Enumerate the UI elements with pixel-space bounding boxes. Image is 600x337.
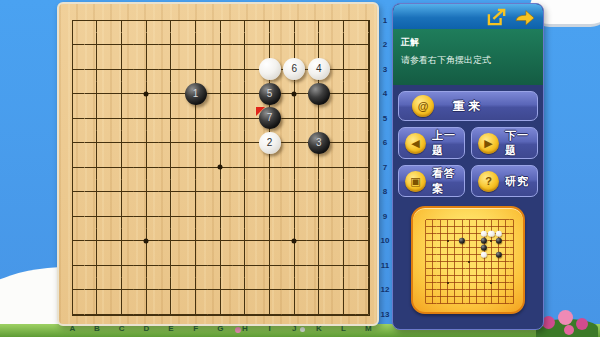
board-cell[interactable] — [159, 8, 184, 33]
mini-board-cell — [458, 216, 465, 223]
board-cell[interactable] — [183, 106, 208, 131]
board-cell[interactable] — [257, 278, 282, 303]
board-cell[interactable] — [331, 106, 356, 131]
board-cell[interactable] — [109, 155, 134, 180]
mini-board-cell — [458, 279, 465, 286]
study-button[interactable]: ? 研究 — [471, 165, 538, 197]
mini-board-cell — [422, 272, 429, 279]
board-cell[interactable] — [307, 229, 332, 254]
next-problem-button[interactable]: ▶ 下一题 — [471, 127, 538, 159]
column-label: B — [85, 324, 109, 333]
board-cell[interactable] — [356, 33, 381, 58]
mini-board-cell — [444, 300, 451, 307]
mini-board-cell — [458, 286, 465, 293]
mini-board-cell — [510, 216, 517, 223]
mini-board-cell — [466, 230, 473, 237]
mini-board-cell — [451, 286, 458, 293]
board-cell[interactable]: 2 — [257, 131, 282, 156]
board-cell[interactable] — [85, 180, 110, 205]
board-cell[interactable] — [307, 33, 332, 58]
board-cell[interactable] — [356, 8, 381, 33]
row-label: 5 — [378, 114, 392, 123]
mini-board-cell — [480, 286, 487, 293]
board-cell[interactable] — [109, 278, 134, 303]
mini-board-cell — [480, 237, 487, 244]
board-cell[interactable] — [208, 278, 233, 303]
board-cell[interactable] — [85, 131, 110, 156]
mini-board-cell — [495, 244, 502, 251]
star-point — [292, 238, 297, 243]
row-label: 11 — [378, 261, 392, 270]
go-board[interactable]: 6415723 — [57, 2, 379, 326]
board-cell[interactable] — [109, 131, 134, 156]
mini-board-cell — [458, 244, 465, 251]
column-label: K — [307, 324, 331, 333]
board-cell[interactable] — [134, 229, 159, 254]
view-answer-button[interactable]: ▣ 看答案 — [398, 165, 465, 197]
black-stone — [481, 237, 487, 243]
board-cell[interactable] — [183, 180, 208, 205]
board-cell[interactable] — [159, 204, 184, 229]
mini-board-cell — [422, 237, 429, 244]
next-arrow-icon: ▶ — [478, 133, 499, 154]
board-cell[interactable] — [233, 131, 258, 156]
mini-board-cell — [502, 293, 509, 300]
board-cell[interactable] — [183, 229, 208, 254]
mini-board-cell — [488, 293, 495, 300]
mini-board-cell — [444, 223, 451, 230]
board-cell[interactable] — [208, 106, 233, 131]
board-cell[interactable] — [109, 8, 134, 33]
board-cell[interactable] — [356, 180, 381, 205]
board-cell[interactable] — [134, 278, 159, 303]
board-cell[interactable] — [356, 57, 381, 82]
board-cell[interactable] — [134, 204, 159, 229]
move-number: 1 — [193, 89, 199, 99]
board-cell[interactable] — [331, 180, 356, 205]
board-cell[interactable] — [183, 302, 208, 327]
black-stone: 3 — [308, 132, 330, 154]
board-cell[interactable] — [356, 106, 381, 131]
board-cell[interactable]: 6 — [282, 57, 307, 82]
board-cell[interactable] — [159, 57, 184, 82]
board-cell[interactable] — [183, 8, 208, 33]
board-cell[interactable] — [356, 204, 381, 229]
mini-board-grid — [422, 216, 514, 307]
board-cell[interactable] — [85, 278, 110, 303]
board-cell[interactable] — [85, 155, 110, 180]
board-cell[interactable] — [307, 8, 332, 33]
board-cell[interactable] — [134, 82, 159, 107]
mini-board-cell — [444, 272, 451, 279]
mini-board-cell — [480, 265, 487, 272]
board-cell[interactable] — [257, 253, 282, 278]
board-cell[interactable] — [233, 302, 258, 327]
mini-board-cell — [466, 223, 473, 230]
status-title: 正解 — [401, 36, 535, 49]
board-cell[interactable] — [134, 33, 159, 58]
board-cell[interactable] — [257, 8, 282, 33]
mini-board-cell — [466, 300, 473, 307]
prev-problem-label: 上一题 — [432, 128, 464, 158]
board-cell[interactable] — [331, 57, 356, 82]
mini-board-cell — [444, 216, 451, 223]
board-cell[interactable] — [307, 253, 332, 278]
mini-board-cell — [437, 237, 444, 244]
mini-board-cell — [444, 237, 451, 244]
board-cell[interactable] — [356, 82, 381, 107]
board-cell[interactable] — [159, 180, 184, 205]
mini-board-cell — [458, 251, 465, 258]
board-cell[interactable] — [60, 229, 85, 254]
board-cell[interactable] — [331, 8, 356, 33]
board-cell[interactable] — [208, 131, 233, 156]
mini-board-cell — [422, 216, 429, 223]
mini-board-cell — [466, 258, 473, 265]
mini-board-cell — [473, 286, 480, 293]
board-cell[interactable] — [85, 106, 110, 131]
board-cell[interactable] — [307, 180, 332, 205]
board-cell[interactable] — [208, 180, 233, 205]
board-cell[interactable]: 1 — [183, 82, 208, 107]
board-cell[interactable] — [134, 8, 159, 33]
mini-board-cell — [488, 286, 495, 293]
board-cell[interactable] — [307, 82, 332, 107]
mini-board-cell — [473, 265, 480, 272]
column-label: E — [159, 324, 183, 333]
board-cell[interactable] — [60, 57, 85, 82]
column-label: G — [208, 324, 232, 333]
mini-board-cell — [429, 237, 436, 244]
column-label: H — [233, 324, 257, 333]
flower-icon — [576, 318, 588, 330]
board-cell[interactable] — [60, 278, 85, 303]
board-cell[interactable] — [159, 106, 184, 131]
board-cell[interactable] — [233, 82, 258, 107]
board-cell[interactable] — [183, 131, 208, 156]
mini-board-cell — [495, 272, 502, 279]
mini-board-cell — [422, 251, 429, 258]
board-cell[interactable] — [60, 8, 85, 33]
mini-board-cell — [466, 237, 473, 244]
board-cell[interactable] — [208, 204, 233, 229]
board-cell[interactable] — [331, 302, 356, 327]
board-cell[interactable] — [233, 204, 258, 229]
board-cell[interactable] — [282, 253, 307, 278]
board-cell[interactable] — [159, 278, 184, 303]
mini-board-cell — [495, 279, 502, 286]
board-cell[interactable] — [331, 253, 356, 278]
board-cell[interactable] — [282, 229, 307, 254]
mini-board-cell — [444, 265, 451, 272]
mini-board-cell — [473, 216, 480, 223]
board-cell[interactable] — [60, 253, 85, 278]
mini-board-cell — [422, 265, 429, 272]
white-stone: 4 — [308, 58, 330, 80]
board-cell[interactable] — [282, 8, 307, 33]
board-cell[interactable] — [85, 33, 110, 58]
black-stone: 1 — [185, 83, 207, 105]
mini-board-cell — [495, 265, 502, 272]
board-cell[interactable] — [282, 131, 307, 156]
mini-board-cell — [480, 223, 487, 230]
prev-arrow-icon: ◀ — [405, 133, 426, 154]
board-cell[interactable] — [183, 33, 208, 58]
board-cell[interactable] — [233, 180, 258, 205]
mini-board-cell — [510, 279, 517, 286]
white-stone — [259, 58, 281, 80]
row-label: 3 — [378, 65, 392, 74]
board-cell[interactable] — [331, 155, 356, 180]
board-cell[interactable] — [257, 180, 282, 205]
board-cell[interactable] — [134, 155, 159, 180]
board-cell[interactable] — [257, 229, 282, 254]
row-label: 12 — [378, 285, 392, 294]
board-cell[interactable] — [282, 82, 307, 107]
mini-board-cell — [444, 293, 451, 300]
board-cell[interactable] — [208, 302, 233, 327]
board-cell[interactable] — [356, 278, 381, 303]
mini-board-cell — [444, 258, 451, 265]
flower-icon — [564, 325, 574, 335]
board-cell[interactable] — [159, 229, 184, 254]
board-cell[interactable] — [208, 33, 233, 58]
mini-board-cell — [422, 244, 429, 251]
board-cell[interactable] — [109, 33, 134, 58]
board-cell[interactable] — [159, 33, 184, 58]
mini-board-cell — [502, 244, 509, 251]
board-cell[interactable] — [282, 33, 307, 58]
mini-board-cell — [437, 244, 444, 251]
row-label: 2 — [378, 40, 392, 49]
star-point — [468, 261, 470, 263]
mini-board-cell — [502, 286, 509, 293]
mini-board-cell — [422, 223, 429, 230]
board-cell[interactable] — [159, 131, 184, 156]
mini-board-cell — [502, 216, 509, 223]
board-cell[interactable] — [331, 131, 356, 156]
board-cell[interactable] — [233, 155, 258, 180]
prev-problem-button[interactable]: ◀ 上一题 — [398, 127, 465, 159]
board-cell[interactable] — [60, 155, 85, 180]
board-cell[interactable] — [208, 155, 233, 180]
board-cell[interactable] — [134, 302, 159, 327]
board-cell[interactable] — [134, 106, 159, 131]
board-cell[interactable] — [60, 180, 85, 205]
board-cell[interactable] — [257, 57, 282, 82]
board-cell[interactable] — [183, 57, 208, 82]
mini-board-cell — [502, 300, 509, 307]
board-cell[interactable] — [257, 204, 282, 229]
mini-board-cell — [429, 293, 436, 300]
mini-board-cell — [510, 300, 517, 307]
board-cell[interactable] — [233, 278, 258, 303]
board-cell[interactable] — [233, 106, 258, 131]
mini-board-cell — [510, 223, 517, 230]
board-cell[interactable] — [208, 8, 233, 33]
mini-board-cell — [437, 216, 444, 223]
mini-board-cell — [502, 279, 509, 286]
board-cell[interactable] — [183, 204, 208, 229]
mini-board-cell — [480, 279, 487, 286]
board-cell[interactable] — [85, 8, 110, 33]
mini-board-cell — [422, 293, 429, 300]
mini-board-cell — [510, 258, 517, 265]
mini-board-cell — [510, 265, 517, 272]
board-cell[interactable] — [233, 33, 258, 58]
board-cell[interactable] — [331, 229, 356, 254]
mini-board-cell — [495, 300, 502, 307]
board-cell[interactable] — [233, 253, 258, 278]
mini-board-cell — [466, 244, 473, 251]
board-cell[interactable] — [183, 155, 208, 180]
mini-board-cell — [480, 230, 487, 237]
row-label: 13 — [378, 310, 392, 319]
board-cell[interactable] — [60, 131, 85, 156]
board-cell[interactable] — [282, 155, 307, 180]
board-cell[interactable] — [60, 106, 85, 131]
mini-board-cell — [473, 251, 480, 258]
mini-board-cell — [473, 300, 480, 307]
white-stone — [481, 251, 487, 257]
mini-board-cell — [495, 258, 502, 265]
board-cell[interactable] — [85, 253, 110, 278]
board-cell[interactable] — [183, 278, 208, 303]
board-cell[interactable] — [208, 253, 233, 278]
board-cell[interactable] — [159, 155, 184, 180]
mini-board-cell — [502, 230, 509, 237]
board-cell[interactable] — [109, 57, 134, 82]
board-cell[interactable] — [208, 82, 233, 107]
answer-icon: ▣ — [405, 171, 426, 192]
board-cell[interactable] — [356, 155, 381, 180]
board-cell[interactable] — [307, 106, 332, 131]
mini-board-cell — [495, 230, 502, 237]
board-cell[interactable] — [159, 82, 184, 107]
board-cell[interactable] — [282, 180, 307, 205]
board-cell[interactable] — [282, 106, 307, 131]
board-cell[interactable] — [307, 278, 332, 303]
board-grid[interactable]: 6415723 — [60, 8, 381, 327]
board-cell[interactable] — [134, 57, 159, 82]
mini-board-cell — [473, 223, 480, 230]
board-cell[interactable] — [356, 229, 381, 254]
board-cell[interactable] — [233, 57, 258, 82]
board-cell[interactable] — [208, 57, 233, 82]
mini-board-cell — [458, 293, 465, 300]
board-cell[interactable] — [109, 180, 134, 205]
restart-button[interactable]: @ 重来 — [398, 91, 538, 121]
mini-board-cell — [429, 300, 436, 307]
board-cell[interactable] — [208, 229, 233, 254]
board-cell[interactable] — [85, 57, 110, 82]
mini-board-cell — [451, 251, 458, 258]
mini-board-cell — [466, 286, 473, 293]
mini-board-cell — [451, 265, 458, 272]
mini-board-cell — [480, 216, 487, 223]
mini-board-cell — [429, 265, 436, 272]
mini-board-cell — [451, 216, 458, 223]
mini-board-cell — [437, 258, 444, 265]
forward-icon[interactable] — [513, 8, 537, 26]
board-cell[interactable] — [331, 33, 356, 58]
board-cell[interactable] — [134, 180, 159, 205]
board-cell[interactable] — [356, 302, 381, 327]
board-cell[interactable] — [159, 302, 184, 327]
board-cell[interactable]: 4 — [307, 57, 332, 82]
board-cell[interactable] — [85, 302, 110, 327]
mini-board-cell — [488, 216, 495, 223]
mini-board-cell — [473, 230, 480, 237]
board-cell[interactable] — [109, 253, 134, 278]
board-cell[interactable] — [282, 302, 307, 327]
board-cell[interactable] — [109, 204, 134, 229]
board-cell[interactable] — [356, 253, 381, 278]
mini-board-cell — [451, 300, 458, 307]
board-cell[interactable] — [60, 33, 85, 58]
board-cell[interactable] — [109, 229, 134, 254]
white-stone: 6 — [283, 58, 305, 80]
board-cell[interactable] — [134, 253, 159, 278]
mini-board-cell — [488, 223, 495, 230]
board-cell[interactable] — [257, 33, 282, 58]
board-cell[interactable] — [134, 131, 159, 156]
board-cell[interactable] — [60, 302, 85, 327]
column-label: F — [184, 324, 208, 333]
board-cell[interactable] — [109, 302, 134, 327]
mini-board-cell — [488, 237, 495, 244]
board-cell[interactable] — [331, 278, 356, 303]
board-cell[interactable] — [109, 82, 134, 107]
mini-board-cell — [437, 251, 444, 258]
board-cell[interactable] — [85, 82, 110, 107]
board-cell[interactable] — [109, 106, 134, 131]
board-cell[interactable] — [307, 302, 332, 327]
board-cell[interactable] — [307, 204, 332, 229]
star-point — [292, 91, 297, 96]
board-cell[interactable]: 3 — [307, 131, 332, 156]
board-cell[interactable] — [85, 229, 110, 254]
board-cell[interactable] — [282, 204, 307, 229]
board-cell[interactable] — [85, 204, 110, 229]
board-cell[interactable] — [331, 204, 356, 229]
board-cell[interactable] — [257, 155, 282, 180]
board-cell[interactable] — [257, 302, 282, 327]
board-cell[interactable] — [331, 82, 356, 107]
mini-board-cell — [429, 272, 436, 279]
board-cell[interactable] — [60, 204, 85, 229]
mini-board-cell — [458, 258, 465, 265]
board-cell[interactable] — [233, 8, 258, 33]
board-cell[interactable] — [159, 253, 184, 278]
mini-board-cell — [451, 237, 458, 244]
share-icon[interactable] — [485, 8, 509, 26]
board-cell[interactable]: 5 — [257, 82, 282, 107]
mini-board-cell — [429, 286, 436, 293]
board-cell[interactable] — [183, 253, 208, 278]
mini-board-cell — [466, 265, 473, 272]
board-cell[interactable] — [282, 278, 307, 303]
mini-board-cell — [510, 244, 517, 251]
board-cell[interactable] — [307, 155, 332, 180]
board-cell[interactable] — [60, 82, 85, 107]
board-cell[interactable] — [356, 131, 381, 156]
board-cell[interactable] — [233, 229, 258, 254]
mini-board-cell — [473, 293, 480, 300]
move-number: 4 — [316, 64, 322, 74]
board-cell[interactable]: 7 — [257, 106, 282, 131]
mini-board-cell — [437, 230, 444, 237]
